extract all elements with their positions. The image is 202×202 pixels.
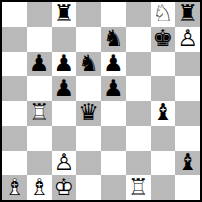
- piece-black-bishop-g4[interactable]: ♝: [151, 101, 176, 126]
- square-g1[interactable]: [151, 175, 176, 200]
- square-d6[interactable]: ♞: [76, 52, 101, 77]
- square-e1[interactable]: [101, 175, 126, 200]
- square-c3[interactable]: [52, 126, 77, 151]
- piece-white-pawn-h7[interactable]: ♟♙: [175, 27, 200, 52]
- square-c5[interactable]: ♟: [52, 76, 77, 101]
- piece-black-knight-e7[interactable]: ♞: [101, 27, 126, 52]
- square-d8[interactable]: [76, 2, 101, 27]
- square-b8[interactable]: [27, 2, 52, 27]
- square-f8[interactable]: [126, 2, 151, 27]
- piece-black-pawn-c5[interactable]: ♟: [52, 76, 77, 101]
- square-f1[interactable]: ♜♖: [126, 175, 151, 200]
- square-g3[interactable]: [151, 126, 176, 151]
- square-h3[interactable]: [175, 126, 200, 151]
- square-e7[interactable]: ♞: [101, 27, 126, 52]
- square-c7[interactable]: [52, 27, 77, 52]
- piece-black-king-g7[interactable]: ♚: [151, 27, 176, 52]
- square-f7[interactable]: [126, 27, 151, 52]
- square-d4[interactable]: ♛: [76, 101, 101, 126]
- square-a8[interactable]: [2, 2, 27, 27]
- square-c8[interactable]: ♜: [52, 2, 77, 27]
- square-b7[interactable]: [27, 27, 52, 52]
- piece-black-pawn-e5[interactable]: ♟: [101, 76, 126, 101]
- square-f3[interactable]: [126, 126, 151, 151]
- square-f5[interactable]: [126, 76, 151, 101]
- square-c6[interactable]: ♟: [52, 52, 77, 77]
- square-f4[interactable]: [126, 101, 151, 126]
- square-b3[interactable]: [27, 126, 52, 151]
- piece-white-rook-b4[interactable]: ♜♖: [27, 101, 52, 126]
- square-c1[interactable]: ♚♔: [52, 175, 77, 200]
- square-f2[interactable]: [126, 151, 151, 176]
- square-g4[interactable]: ♝: [151, 101, 176, 126]
- piece-white-rook-f1[interactable]: ♜♖: [126, 175, 151, 200]
- square-a5[interactable]: [2, 76, 27, 101]
- square-d3[interactable]: [76, 126, 101, 151]
- black-knight-glyph: ♞: [103, 27, 124, 50]
- piece-black-queen-d4[interactable]: ♛: [76, 101, 101, 126]
- white-pawn-glyph: ♙: [54, 151, 75, 174]
- square-d7[interactable]: [76, 27, 101, 52]
- white-rook-glyph: ♖: [128, 175, 149, 198]
- chess-diagram: ♜♞♘♜♞♚♟♙♟♟♞♟♟♟♜♖♛♝♟♙♝♝♗♝♗♚♔♜♖: [0, 0, 202, 202]
- square-a4[interactable]: [2, 101, 27, 126]
- square-h6[interactable]: [175, 52, 200, 77]
- black-knight-glyph: ♞: [78, 52, 99, 75]
- square-g2[interactable]: [151, 151, 176, 176]
- square-f6[interactable]: [126, 52, 151, 77]
- black-bishop-glyph: ♝: [153, 101, 174, 124]
- square-a1[interactable]: ♝♗: [2, 175, 27, 200]
- piece-white-pawn-c2[interactable]: ♟♙: [52, 151, 77, 176]
- square-d1[interactable]: [76, 175, 101, 200]
- square-a2[interactable]: [2, 151, 27, 176]
- piece-white-king-c1[interactable]: ♚♔: [52, 175, 77, 200]
- square-h1[interactable]: [175, 175, 200, 200]
- black-pawn-glyph: ♟: [103, 52, 124, 75]
- piece-black-rook-c8[interactable]: ♜: [52, 2, 77, 27]
- square-g5[interactable]: [151, 76, 176, 101]
- white-bishop-glyph: ♗: [4, 175, 25, 198]
- square-d2[interactable]: [76, 151, 101, 176]
- white-king-glyph: ♔: [54, 175, 75, 198]
- piece-white-knight-g8[interactable]: ♞♘: [151, 2, 176, 27]
- square-d5[interactable]: [76, 76, 101, 101]
- piece-black-knight-d6[interactable]: ♞: [76, 52, 101, 77]
- square-g8[interactable]: ♞♘: [151, 2, 176, 27]
- square-b2[interactable]: [27, 151, 52, 176]
- piece-black-pawn-c6[interactable]: ♟: [52, 52, 77, 77]
- square-c4[interactable]: [52, 101, 77, 126]
- square-h5[interactable]: [175, 76, 200, 101]
- square-e4[interactable]: [101, 101, 126, 126]
- black-bishop-glyph: ♝: [177, 151, 198, 174]
- square-e3[interactable]: [101, 126, 126, 151]
- black-king-glyph: ♚: [153, 27, 174, 50]
- piece-white-bishop-b1[interactable]: ♝♗: [27, 175, 52, 200]
- square-b4[interactable]: ♜♖: [27, 101, 52, 126]
- black-rook-glyph: ♜: [177, 2, 198, 25]
- square-e6[interactable]: ♟: [101, 52, 126, 77]
- square-e2[interactable]: [101, 151, 126, 176]
- white-rook-glyph: ♖: [29, 101, 50, 124]
- square-b1[interactable]: ♝♗: [27, 175, 52, 200]
- square-h7[interactable]: ♟♙: [175, 27, 200, 52]
- piece-white-bishop-a1[interactable]: ♝♗: [2, 175, 27, 200]
- piece-black-bishop-h2[interactable]: ♝: [175, 151, 200, 176]
- square-a6[interactable]: [2, 52, 27, 77]
- square-c2[interactable]: ♟♙: [52, 151, 77, 176]
- black-pawn-glyph: ♟: [54, 76, 75, 99]
- square-g6[interactable]: [151, 52, 176, 77]
- square-h2[interactable]: ♝: [175, 151, 200, 176]
- white-bishop-glyph: ♗: [29, 175, 50, 198]
- black-pawn-glyph: ♟: [54, 52, 75, 75]
- square-a3[interactable]: [2, 126, 27, 151]
- black-pawn-glyph: ♟: [29, 52, 50, 75]
- square-b5[interactable]: [27, 76, 52, 101]
- black-rook-glyph: ♜: [54, 2, 75, 25]
- square-g7[interactable]: ♚: [151, 27, 176, 52]
- black-queen-glyph: ♛: [78, 101, 99, 124]
- square-a7[interactable]: [2, 27, 27, 52]
- piece-black-pawn-e6[interactable]: ♟: [101, 52, 126, 77]
- black-pawn-glyph: ♟: [103, 76, 124, 99]
- square-h8[interactable]: ♜: [175, 2, 200, 27]
- square-e8[interactable]: [101, 2, 126, 27]
- square-h4[interactable]: [175, 101, 200, 126]
- square-b6[interactable]: ♟: [27, 52, 52, 77]
- piece-black-rook-h8[interactable]: ♜: [175, 2, 200, 27]
- square-e5[interactable]: ♟: [101, 76, 126, 101]
- white-pawn-glyph: ♙: [177, 27, 198, 50]
- chess-board: ♜♞♘♜♞♚♟♙♟♟♞♟♟♟♜♖♛♝♟♙♝♝♗♝♗♚♔♜♖: [0, 0, 202, 202]
- white-knight-glyph: ♘: [153, 2, 174, 25]
- piece-black-pawn-b6[interactable]: ♟: [27, 52, 52, 77]
